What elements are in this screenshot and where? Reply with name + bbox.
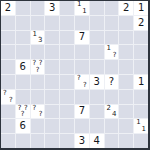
clue-digit: 2 [107, 105, 111, 112]
cell-r5c2[interactable] [31, 75, 45, 89]
clue-digit: ? [3, 90, 7, 97]
cell-r9c7[interactable] [105, 134, 119, 148]
cell-r4c7[interactable] [105, 60, 119, 74]
cell-r1c0[interactable] [1, 16, 15, 30]
clue-digit: 3 [38, 37, 42, 44]
clue-digit: ? [21, 111, 25, 118]
clue-cell-r7c7: 24 [105, 105, 119, 119]
cell-r1c5[interactable] [75, 16, 89, 30]
clue-cell-r9c5: 3 [75, 134, 89, 148]
clue-digit: 1 [142, 126, 146, 133]
clue-cell-r0c8: 2 [119, 1, 133, 15]
clue-digit: ? [39, 111, 43, 118]
cell-r6c7[interactable] [105, 90, 119, 104]
cell-r2c0[interactable] [1, 31, 15, 45]
clue-cell-r7c2: ?? [31, 105, 45, 119]
clue-cell-r2c2: 13 [31, 31, 45, 45]
cell-r4c4[interactable] [60, 60, 74, 74]
clue-cell-r0c9: 1 [134, 1, 148, 15]
clue-digit: 4 [112, 111, 116, 118]
clue-digit: 3 [90, 75, 104, 89]
cell-r1c4[interactable] [60, 16, 74, 30]
clue-cell-r0c0: 2 [1, 1, 15, 15]
cell-r7c6[interactable] [90, 105, 104, 119]
cell-r9c8[interactable] [119, 134, 133, 148]
cell-r7c9[interactable] [134, 105, 148, 119]
cell-r1c8[interactable] [119, 16, 133, 30]
cell-r3c2[interactable] [31, 45, 45, 59]
cell-r9c3[interactable] [45, 134, 59, 148]
clue-cell-r3c7: 1? [105, 45, 119, 59]
cell-r5c1[interactable] [16, 75, 30, 89]
cell-r0c7[interactable] [105, 1, 119, 15]
cell-r8c2[interactable] [31, 119, 45, 133]
cell-r9c9[interactable] [134, 134, 148, 148]
clue-digit: 1 [107, 45, 111, 52]
clue-digit: ? [105, 75, 119, 89]
clue-cell-r6c0: ?? [1, 90, 15, 104]
cell-r1c7[interactable] [105, 16, 119, 30]
cell-r0c1[interactable] [16, 1, 30, 15]
cell-r3c8[interactable] [119, 45, 133, 59]
cell-r1c1[interactable] [16, 16, 30, 30]
clue-cell-r5c6: 3 [90, 75, 104, 89]
cell-r3c1[interactable] [16, 45, 30, 59]
cell-r4c3[interactable] [45, 60, 59, 74]
clue-cell-r4c2: ??? [31, 60, 45, 74]
cell-r6c3[interactable] [45, 90, 59, 104]
clue-digit: 1 [82, 8, 86, 15]
clue-digit: 1 [134, 1, 148, 15]
clue-cell-r8c9: 11 [134, 119, 148, 133]
cell-r9c0[interactable] [1, 134, 15, 148]
cell-r8c0[interactable] [1, 119, 15, 133]
cell-r4c6[interactable] [90, 60, 104, 74]
clue-cell-r9c6: 4 [90, 134, 104, 148]
cell-r1c6[interactable] [90, 16, 104, 30]
cell-r7c0[interactable] [1, 105, 15, 119]
cell-r2c8[interactable] [119, 31, 133, 45]
cell-r8c3[interactable] [45, 119, 59, 133]
cell-r3c4[interactable] [60, 45, 74, 59]
clue-cell-r7c1: ??? [16, 105, 30, 119]
cell-r9c2[interactable] [31, 134, 45, 148]
cell-r3c5[interactable] [75, 45, 89, 59]
clue-digit: 3 [75, 134, 89, 148]
cell-r7c3[interactable] [45, 105, 59, 119]
cell-r6c1[interactable] [16, 90, 30, 104]
clue-cell-r1c9: 2 [134, 16, 148, 30]
cell-r3c9[interactable] [134, 45, 148, 59]
clue-digit: 1 [136, 119, 140, 126]
cell-r6c6[interactable] [90, 90, 104, 104]
cell-r5c3[interactable] [45, 75, 59, 89]
tapa-board: 23112121371?6?????3?1???????72461134 [0, 0, 150, 150]
clue-digit: 1 [77, 1, 81, 8]
cell-r9c4[interactable] [60, 134, 74, 148]
clue-digit: ? [83, 82, 87, 89]
cell-r8c6[interactable] [90, 119, 104, 133]
clue-cell-r0c3: 3 [45, 1, 59, 15]
cell-r2c7[interactable] [105, 31, 119, 45]
cell-r8c7[interactable] [105, 119, 119, 133]
clue-digit: 7 [75, 105, 89, 119]
clue-cell-r8c1: 6 [16, 119, 30, 133]
cell-r0c6[interactable] [90, 1, 104, 15]
clue-cell-r5c5: ?? [75, 75, 89, 89]
clue-digit: 3 [45, 1, 59, 15]
clue-digit: ? [77, 75, 81, 82]
cell-r0c2[interactable] [31, 1, 45, 15]
cell-r5c0[interactable] [1, 75, 15, 89]
clue-cell-r5c7: ? [105, 75, 119, 89]
cell-r6c5[interactable] [75, 90, 89, 104]
cell-r4c9[interactable] [134, 60, 148, 74]
clue-cell-r5c9: 1 [134, 75, 148, 89]
cell-r8c4[interactable] [60, 119, 74, 133]
clue-digit: ? [33, 105, 37, 112]
clue-digit: 6 [16, 119, 30, 133]
cell-r2c4[interactable] [60, 31, 74, 45]
cell-r1c2[interactable] [31, 16, 45, 30]
cell-r3c6[interactable] [90, 45, 104, 59]
clue-digit: ? [9, 97, 13, 104]
cell-r8c8[interactable] [119, 119, 133, 133]
clue-digit: 1 [134, 75, 148, 89]
cell-r5c8[interactable] [119, 75, 133, 89]
clue-digit: 2 [1, 1, 15, 15]
cell-r0c4[interactable] [60, 1, 74, 15]
clue-digit: 2 [134, 16, 148, 30]
clue-cell-r0c5: 11 [75, 1, 89, 15]
clue-digit: ? [36, 67, 40, 74]
cell-r1c3[interactable] [45, 16, 59, 30]
clue-cell-r7c5: 7 [75, 105, 89, 119]
cell-r4c5[interactable] [75, 60, 89, 74]
cell-r6c9[interactable] [134, 90, 148, 104]
cell-r2c1[interactable] [16, 31, 30, 45]
cell-r9c1[interactable] [16, 134, 30, 148]
cell-r4c8[interactable] [119, 60, 133, 74]
cell-r6c2[interactable] [31, 90, 45, 104]
cell-r6c8[interactable] [119, 90, 133, 104]
cell-r2c3[interactable] [45, 31, 59, 45]
cell-r3c0[interactable] [1, 45, 15, 59]
clue-digit: 6 [16, 60, 30, 74]
cell-r6c4[interactable] [60, 90, 74, 104]
clue-digit: 4 [90, 134, 104, 148]
clue-cell-r4c1: 6 [16, 60, 30, 74]
cell-r7c4[interactable] [60, 105, 74, 119]
cell-r8c5[interactable] [75, 119, 89, 133]
cell-r2c6[interactable] [90, 31, 104, 45]
clue-digit: 2 [119, 1, 133, 15]
clue-cell-r2c5: 7 [75, 31, 89, 45]
clue-digit: ? [113, 52, 117, 59]
cell-r3c3[interactable] [45, 45, 59, 59]
cell-r2c9[interactable] [134, 31, 148, 45]
cell-r7c8[interactable] [119, 105, 133, 119]
cell-r4c0[interactable] [1, 60, 15, 74]
cell-r5c4[interactable] [60, 75, 74, 89]
clue-digit: 1 [33, 31, 37, 38]
clue-digit: 7 [75, 31, 89, 45]
